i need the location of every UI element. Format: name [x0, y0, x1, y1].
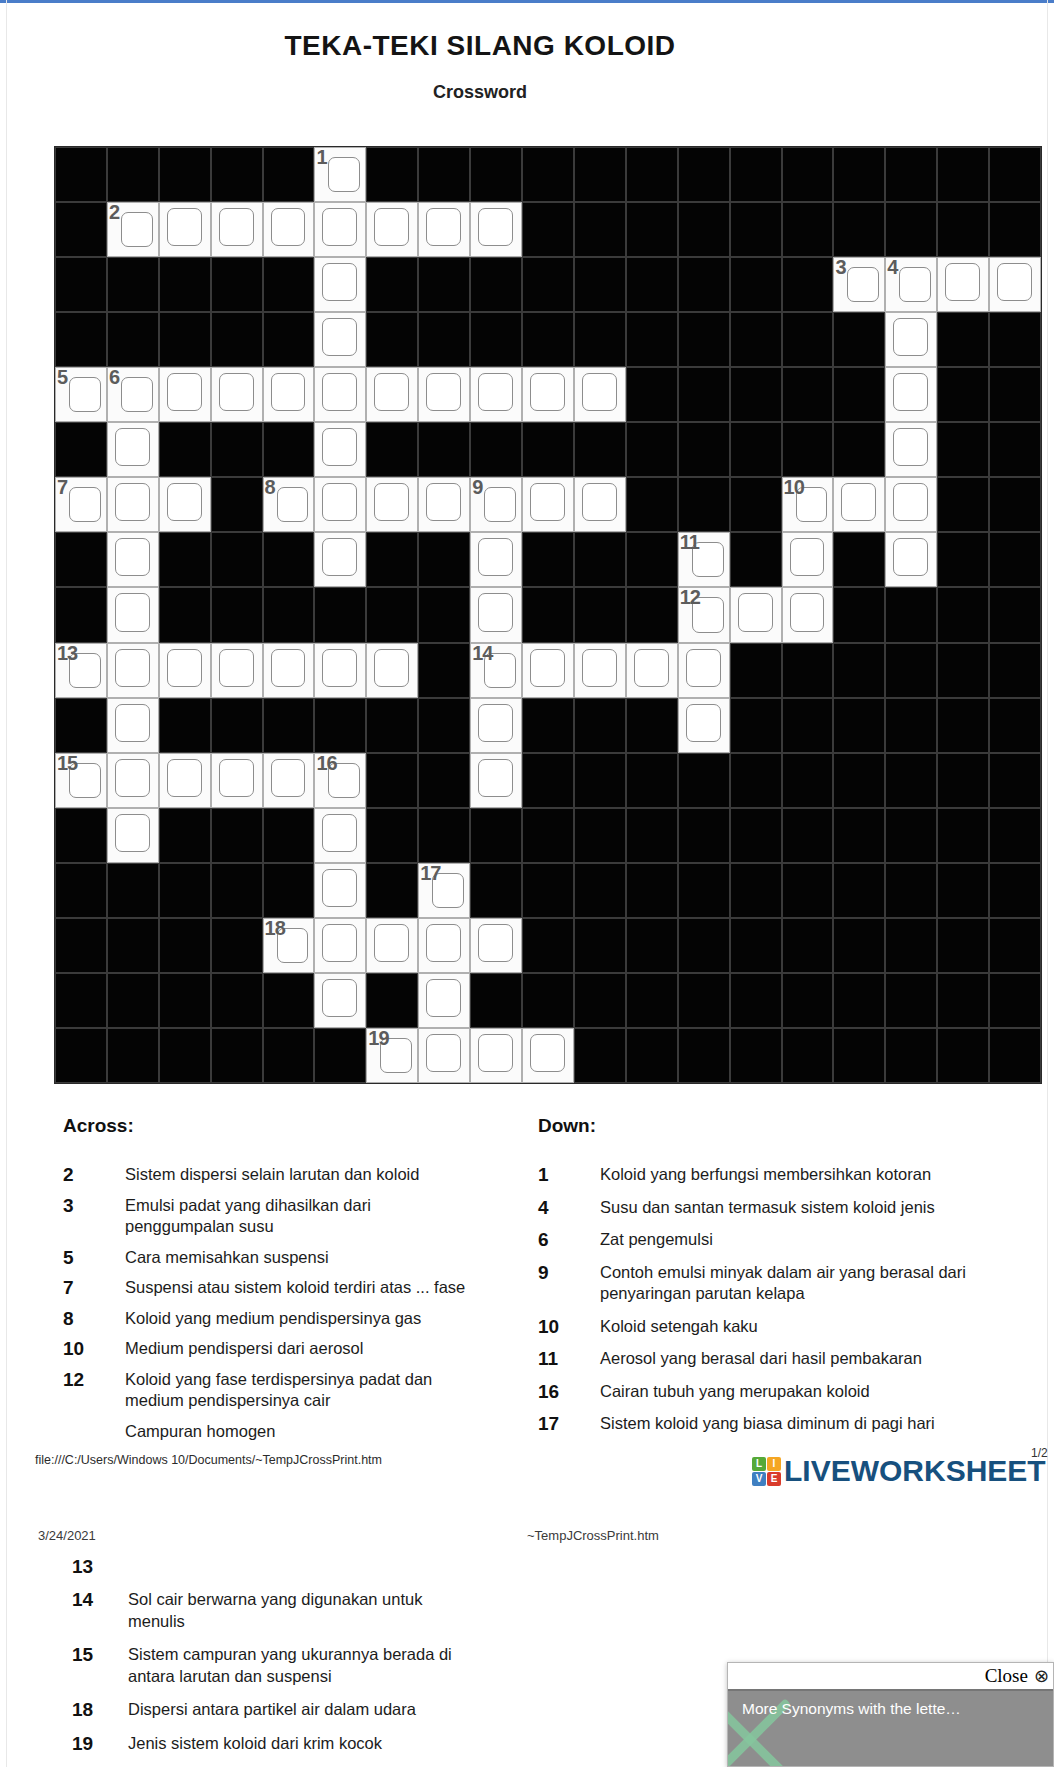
cell-r1-c3[interactable] [211, 202, 263, 257]
cell-r0-c15 [833, 147, 885, 202]
cell-r10-c1[interactable] [107, 698, 159, 753]
clue-number: 8 [63, 1308, 125, 1330]
cell-r3-c2 [159, 312, 211, 367]
cell-r2-c18[interactable] [989, 257, 1041, 312]
answer-box[interactable] [893, 483, 928, 521]
answer-box[interactable] [530, 649, 565, 687]
clue-text: Aerosol yang berasal dari hasil pembakar… [600, 1348, 922, 1370]
answer-box[interactable] [426, 979, 461, 1017]
cell-r16-c8[interactable] [470, 1028, 522, 1083]
cell-r6-c5[interactable] [314, 477, 366, 532]
cell-r9-c1[interactable] [107, 643, 159, 698]
cell-r4-c8[interactable] [470, 367, 522, 422]
cell-r11-c2[interactable] [159, 753, 211, 808]
clue-text: Sistem dispersi selain larutan dan koloi… [125, 1164, 419, 1186]
cell-r14-c6[interactable] [366, 918, 418, 973]
cell-r12-c15 [833, 808, 885, 863]
cell-r5-c11 [626, 422, 678, 477]
answer-box[interactable] [426, 483, 461, 521]
cell-r13-c14 [782, 863, 834, 918]
answer-box[interactable] [790, 593, 825, 631]
cell-r10-c14 [782, 698, 834, 753]
down-section: Down: 1 Koloid yang berfungsi membersihk… [538, 1115, 1018, 1446]
answer-box[interactable] [478, 704, 513, 742]
cell-r13-c9 [522, 863, 574, 918]
answer-box[interactable] [322, 869, 357, 907]
grid-number-9: 9 [472, 476, 482, 498]
cell-r3-c15 [833, 312, 885, 367]
cell-r4-c18 [989, 367, 1041, 422]
cell-r6-c9[interactable] [522, 477, 574, 532]
cell-r13-c7[interactable]: 17 [418, 863, 470, 918]
cell-r12-c4 [263, 808, 315, 863]
cell-r0-c1 [107, 147, 159, 202]
answer-box[interactable] [277, 487, 309, 522]
answer-box[interactable] [997, 263, 1032, 301]
cell-r2-c17[interactable] [937, 257, 989, 312]
answer-box[interactable] [686, 704, 721, 742]
cell-r12-c2 [159, 808, 211, 863]
answer-box[interactable] [322, 814, 357, 852]
answer-box[interactable] [484, 487, 516, 522]
cell-r2-c4 [263, 257, 315, 312]
clue-row: 6 Zat pengemulsi [538, 1229, 1018, 1251]
answer-box[interactable] [69, 487, 101, 522]
clue-number: 17 [538, 1413, 600, 1435]
cell-r15-c5[interactable] [314, 973, 366, 1028]
cell-r7-c10 [574, 532, 626, 587]
clue-number: 4 [538, 1197, 600, 1219]
cell-r15-c16 [885, 973, 937, 1028]
cell-r5-c1[interactable] [107, 422, 159, 477]
cell-r1-c11 [626, 202, 678, 257]
answer-box[interactable] [530, 373, 565, 411]
answer-box[interactable] [322, 428, 357, 466]
clue-row: 19 Jenis sistem koloid dari krim kocok [72, 1733, 502, 1755]
clue-number [63, 1421, 125, 1443]
cell-r10-c8[interactable] [470, 698, 522, 753]
cell-r6-c1[interactable] [107, 477, 159, 532]
cell-r5-c16[interactable] [885, 422, 937, 477]
cell-r13-c3 [211, 863, 263, 918]
cell-r2-c7 [418, 257, 470, 312]
cell-r9-c12[interactable] [678, 643, 730, 698]
cell-r14-c9 [522, 918, 574, 973]
cell-r9-c15 [833, 643, 885, 698]
answer-box[interactable] [115, 759, 150, 797]
answer-box[interactable] [945, 263, 980, 301]
cell-r1-c13 [730, 202, 782, 257]
cell-r1-c6[interactable] [366, 202, 418, 257]
cell-r13-c11 [626, 863, 678, 918]
cell-r4-c2[interactable] [159, 367, 211, 422]
popup-titlebar: Close ⊗ [728, 1663, 1053, 1689]
cell-r6-c6[interactable] [366, 477, 418, 532]
cell-r13-c5[interactable] [314, 863, 366, 918]
grid-number-17: 17 [420, 862, 440, 884]
file-url: file:///C:/Users/Windows 10/Documents/~T… [35, 1453, 382, 1467]
answer-box[interactable] [219, 759, 254, 797]
cell-r3-c11 [626, 312, 678, 367]
grid-number-12: 12 [680, 586, 700, 608]
cell-r13-c16 [885, 863, 937, 918]
cell-r2-c3 [211, 257, 263, 312]
cell-r3-c14 [782, 312, 834, 367]
answer-box[interactable] [167, 649, 202, 687]
answer-box[interactable] [478, 759, 513, 797]
answer-box[interactable] [271, 759, 306, 797]
cell-r12-c8 [470, 808, 522, 863]
cell-r10-c11 [626, 698, 678, 753]
answer-box[interactable] [115, 538, 150, 576]
answer-box[interactable] [121, 212, 153, 247]
cell-r13-c13 [730, 863, 782, 918]
cell-r4-c10[interactable] [574, 367, 626, 422]
answer-box[interactable] [219, 373, 254, 411]
answer-box[interactable] [478, 924, 513, 962]
cell-r1-c14 [782, 202, 834, 257]
page-title: TEKA-TEKI SILANG KOLOID [0, 30, 960, 62]
cell-r16-c16 [885, 1028, 937, 1083]
cell-r15-c15 [833, 973, 885, 1028]
answer-box[interactable] [899, 267, 931, 302]
cell-r12-c16 [885, 808, 937, 863]
answer-box[interactable] [322, 649, 357, 687]
cell-r16-c7[interactable] [418, 1028, 470, 1083]
cell-r11-c6 [366, 753, 418, 808]
answer-box[interactable] [582, 373, 617, 411]
answer-box[interactable] [582, 649, 617, 687]
cell-r9-c10[interactable] [574, 643, 626, 698]
cell-r6-c15[interactable] [833, 477, 885, 532]
cell-r3-c8 [470, 312, 522, 367]
cell-r4-c4[interactable] [263, 367, 315, 422]
cell-r14-c8[interactable] [470, 918, 522, 973]
cell-r16-c6[interactable]: 19 [366, 1028, 418, 1083]
cell-r12-c0 [55, 808, 107, 863]
answer-box[interactable] [271, 208, 306, 246]
cell-r2-c15[interactable]: 3 [833, 257, 885, 312]
cell-r6-c16[interactable] [885, 477, 937, 532]
cell-r15-c13 [730, 973, 782, 1028]
clue-row: 10 Medium pendispersi dari aerosol [63, 1338, 518, 1360]
cell-r6-c2[interactable] [159, 477, 211, 532]
cell-r4-c5[interactable] [314, 367, 366, 422]
cell-r14-c5[interactable] [314, 918, 366, 973]
answer-box[interactable] [322, 263, 357, 301]
cell-r9-c17 [937, 643, 989, 698]
answer-box[interactable] [322, 538, 357, 576]
clue-number: 7 [63, 1277, 125, 1299]
cell-r12-c9 [522, 808, 574, 863]
cell-r9-c4[interactable] [263, 643, 315, 698]
cell-r5-c7 [418, 422, 470, 477]
grid-number-18: 18 [265, 917, 285, 939]
cell-r5-c5[interactable] [314, 422, 366, 477]
answer-box[interactable] [426, 1034, 461, 1072]
answer-box[interactable] [530, 483, 565, 521]
answer-box[interactable] [115, 649, 150, 687]
clue-text: Cairan tubuh yang merupakan koloid [600, 1381, 870, 1403]
cell-r11-c4[interactable] [263, 753, 315, 808]
cell-r7-c12[interactable]: 11 [678, 532, 730, 587]
answer-box[interactable] [271, 373, 306, 411]
cell-r16-c9[interactable] [522, 1028, 574, 1083]
clue-number: 5 [63, 1247, 125, 1269]
cell-r9-c9[interactable] [522, 643, 574, 698]
answer-box[interactable] [374, 373, 409, 411]
answer-box[interactable] [271, 649, 306, 687]
clue-row: 3 Emulsi padat yang dihasilkan daripengg… [63, 1195, 518, 1238]
cell-r4-c14 [782, 367, 834, 422]
cell-r14-c4[interactable]: 18 [263, 918, 315, 973]
cell-r15-c11 [626, 973, 678, 1028]
cell-r4-c6[interactable] [366, 367, 418, 422]
cell-r7-c16[interactable] [885, 532, 937, 587]
clue-text: Koloid yang medium pendispersinya gas [125, 1308, 421, 1330]
answer-box[interactable] [167, 759, 202, 797]
answer-box[interactable] [219, 649, 254, 687]
cell-r8-c13[interactable] [730, 587, 782, 642]
answer-box[interactable] [115, 593, 150, 631]
logo-tile-e: E [767, 1472, 781, 1486]
cell-r8-c18 [989, 587, 1041, 642]
cell-r12-c1[interactable] [107, 808, 159, 863]
cell-r8-c7 [418, 587, 470, 642]
clue-text: Emulsi padat yang dihasilkan daripenggum… [125, 1195, 371, 1238]
cell-r7-c4 [263, 532, 315, 587]
cell-r14-c3 [211, 918, 263, 973]
answer-box[interactable] [328, 157, 360, 192]
down-list: 1 Koloid yang berfungsi membersihkan kot… [538, 1164, 1018, 1435]
answer-box[interactable] [738, 593, 773, 631]
answer-box[interactable] [582, 483, 617, 521]
cell-r12-c13 [730, 808, 782, 863]
cell-r6-c0[interactable]: 7 [55, 477, 107, 532]
answer-box[interactable] [167, 373, 202, 411]
cell-r1-c8[interactable] [470, 202, 522, 257]
cell-r8-c12[interactable]: 12 [678, 587, 730, 642]
cell-r9-c11[interactable] [626, 643, 678, 698]
answer-box[interactable] [841, 483, 876, 521]
cell-r11-c16 [885, 753, 937, 808]
answer-box[interactable] [219, 208, 254, 246]
cell-r2-c0 [55, 257, 107, 312]
cell-r12-c14 [782, 808, 834, 863]
cell-r9-c3[interactable] [211, 643, 263, 698]
answer-box[interactable] [167, 208, 202, 246]
answer-box[interactable] [478, 538, 513, 576]
cell-r0-c5[interactable]: 1 [314, 147, 366, 202]
cell-r6-c10[interactable] [574, 477, 626, 532]
cell-r4-c1[interactable]: 6 [107, 367, 159, 422]
clue-row: 4 Susu dan santan termasuk sistem koloid… [538, 1197, 1018, 1219]
answer-box[interactable] [790, 538, 825, 576]
answer-box[interactable] [322, 318, 357, 356]
cell-r5-c6 [366, 422, 418, 477]
answer-box[interactable] [374, 649, 409, 687]
cell-r1-c9 [522, 202, 574, 257]
cell-r8-c17 [937, 587, 989, 642]
cell-r5-c9 [522, 422, 574, 477]
cell-r7-c9 [522, 532, 574, 587]
cell-r12-c18 [989, 808, 1041, 863]
answer-box[interactable] [893, 373, 928, 411]
cell-r7-c8[interactable] [470, 532, 522, 587]
cell-r3-c16[interactable] [885, 312, 937, 367]
cell-r11-c1[interactable] [107, 753, 159, 808]
cell-r0-c17 [937, 147, 989, 202]
cell-r2-c5[interactable] [314, 257, 366, 312]
cell-r1-c1[interactable]: 2 [107, 202, 159, 257]
cell-r6-c8[interactable]: 9 [470, 477, 522, 532]
cell-r1-c5[interactable] [314, 202, 366, 257]
cell-r3-c5[interactable] [314, 312, 366, 367]
answer-box[interactable] [322, 373, 357, 411]
page2-clue-list: 13 14 Sol cair berwarna yang digunakan u… [72, 1556, 502, 1766]
cell-r8-c1[interactable] [107, 587, 159, 642]
cell-r7-c6 [366, 532, 418, 587]
cell-r4-c7[interactable] [418, 367, 470, 422]
cell-r0-c13 [730, 147, 782, 202]
cell-r14-c7[interactable] [418, 918, 470, 973]
answer-box[interactable] [115, 814, 150, 852]
cell-r7-c18 [989, 532, 1041, 587]
cell-r6-c14[interactable]: 10 [782, 477, 834, 532]
answer-box[interactable] [69, 377, 101, 412]
answer-box[interactable] [322, 208, 357, 246]
answer-box[interactable] [167, 483, 202, 521]
answer-box[interactable] [426, 373, 461, 411]
cell-r14-c0 [55, 918, 107, 973]
answer-box[interactable] [893, 318, 928, 356]
cell-r11-c14 [782, 753, 834, 808]
answer-box[interactable] [115, 704, 150, 742]
cell-r7-c5[interactable] [314, 532, 366, 587]
cell-r11-c15 [833, 753, 885, 808]
answer-box[interactable] [530, 1034, 565, 1072]
cell-r6-c7[interactable] [418, 477, 470, 532]
cell-r1-c7[interactable] [418, 202, 470, 257]
answer-box[interactable] [374, 924, 409, 962]
clue-number: 9 [538, 1262, 600, 1305]
cell-r2-c14 [782, 257, 834, 312]
answer-box[interactable] [847, 267, 879, 302]
answer-box[interactable] [115, 428, 150, 466]
answer-box[interactable] [893, 428, 928, 466]
cell-r15-c14 [782, 973, 834, 1028]
clue-number: 2 [63, 1164, 125, 1186]
cell-r7-c3 [211, 532, 263, 587]
cell-r9-c8[interactable]: 14 [470, 643, 522, 698]
answer-box[interactable] [374, 483, 409, 521]
grid-number-11: 11 [680, 531, 699, 553]
cell-r2-c16[interactable]: 4 [885, 257, 937, 312]
answer-box[interactable] [478, 593, 513, 631]
cell-r7-c1[interactable] [107, 532, 159, 587]
cell-r7-c14[interactable] [782, 532, 834, 587]
cell-r10-c6 [366, 698, 418, 753]
cell-r10-c12[interactable] [678, 698, 730, 753]
answer-box[interactable] [478, 373, 513, 411]
cell-r15-c7[interactable] [418, 973, 470, 1028]
answer-box[interactable] [374, 208, 409, 246]
cell-r1-c15 [833, 202, 885, 257]
clue-row: 9 Contoh emulsi minyak dalam air yang be… [538, 1262, 1018, 1305]
answer-box[interactable] [322, 979, 357, 1017]
cell-r1-c2[interactable] [159, 202, 211, 257]
clue-number: 3 [63, 1195, 125, 1238]
cell-r0-c16 [885, 147, 937, 202]
clue-row: 17 Sistem koloid yang biasa diminum di p… [538, 1413, 1018, 1435]
cell-r4-c3[interactable] [211, 367, 263, 422]
cell-r16-c17 [937, 1028, 989, 1083]
answer-box[interactable] [426, 924, 461, 962]
liveworksheets-logo: L I V E LIVEWORKSHEET [752, 1453, 1054, 1489]
cell-r9-c6[interactable] [366, 643, 418, 698]
cell-r4-c16[interactable] [885, 367, 937, 422]
answer-box[interactable] [478, 208, 513, 246]
cell-r12-c5[interactable] [314, 808, 366, 863]
cell-r11-c8[interactable] [470, 753, 522, 808]
cell-r4-c0[interactable]: 5 [55, 367, 107, 422]
cell-r3-c17 [937, 312, 989, 367]
cell-r4-c17 [937, 367, 989, 422]
cell-r9-c0[interactable]: 13 [55, 643, 107, 698]
cell-r11-c17 [937, 753, 989, 808]
cell-r9-c5[interactable] [314, 643, 366, 698]
cell-r5-c18 [989, 422, 1041, 477]
answer-box[interactable] [634, 649, 669, 687]
answer-box[interactable] [686, 649, 721, 687]
cell-r8-c8[interactable] [470, 587, 522, 642]
answer-box[interactable] [115, 483, 150, 521]
cell-r9-c2[interactable] [159, 643, 211, 698]
grid-number-6: 6 [109, 366, 119, 388]
cell-r8-c14[interactable] [782, 587, 834, 642]
answer-box[interactable] [426, 208, 461, 246]
cell-r12-c6 [366, 808, 418, 863]
answer-box[interactable] [322, 924, 357, 962]
answer-box[interactable] [893, 538, 928, 576]
answer-box[interactable] [478, 1034, 513, 1072]
cell-r8-c5 [314, 587, 366, 642]
cell-r0-c10 [574, 147, 626, 202]
close-button[interactable]: Close ⊗ [985, 1665, 1049, 1687]
cell-r4-c11 [626, 367, 678, 422]
cell-r11-c0[interactable]: 15 [55, 753, 107, 808]
cell-r1-c4[interactable] [263, 202, 315, 257]
cell-r0-c6 [366, 147, 418, 202]
cell-r4-c9[interactable] [522, 367, 574, 422]
page2-date: 3/24/2021 [38, 1528, 96, 1543]
cell-r11-c5[interactable]: 16 [314, 753, 366, 808]
cell-r15-c17 [937, 973, 989, 1028]
answer-box[interactable] [121, 377, 153, 412]
cell-r15-c0 [55, 973, 107, 1028]
clue-row: Campuran homogen [63, 1421, 518, 1443]
clue-number: 1 [538, 1164, 600, 1186]
cell-r12-c11 [626, 808, 678, 863]
cell-r11-c3[interactable] [211, 753, 263, 808]
clue-number: 6 [538, 1229, 600, 1251]
cell-r7-c7 [418, 532, 470, 587]
answer-box[interactable] [322, 483, 357, 521]
cell-r6-c4[interactable]: 8 [263, 477, 315, 532]
cell-r10-c5 [314, 698, 366, 753]
grid-number-10: 10 [784, 476, 804, 498]
cell-r2-c12 [678, 257, 730, 312]
